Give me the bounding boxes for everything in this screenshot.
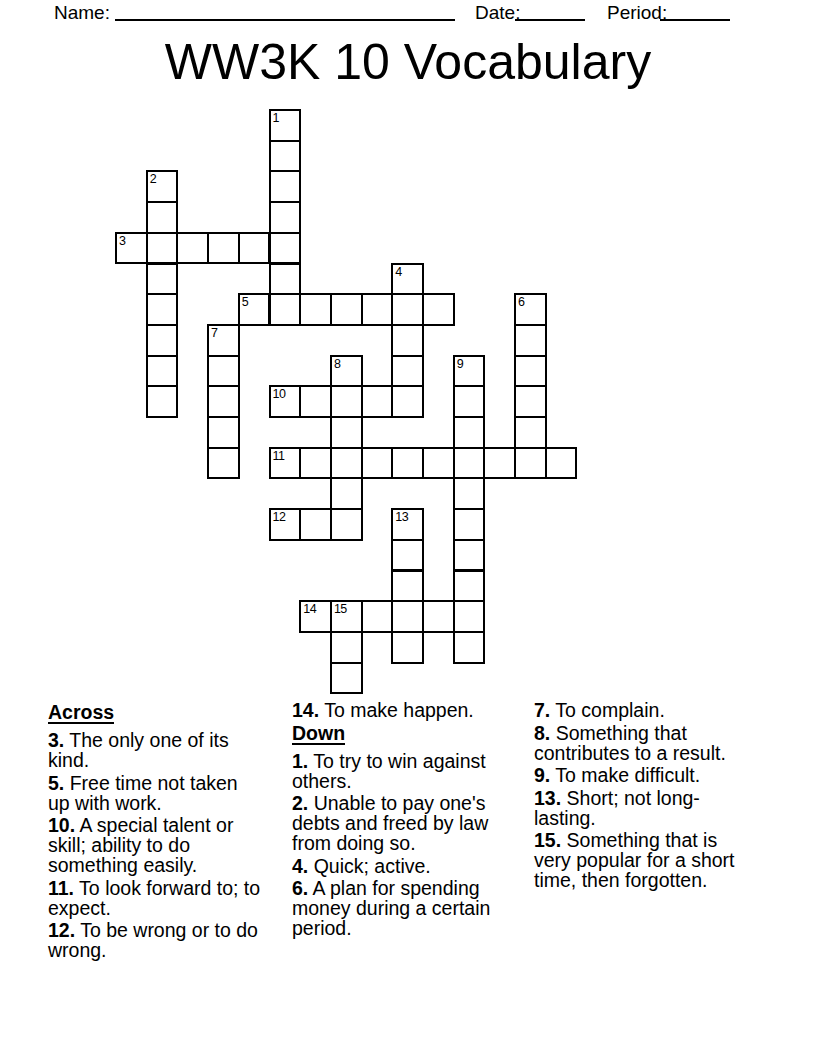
grid-cell-r11c3[interactable] bbox=[207, 447, 240, 480]
grid-cell-r11c7[interactable] bbox=[330, 447, 363, 480]
clue-number-1: 1 bbox=[273, 112, 279, 124]
date-blank-line[interactable] bbox=[515, 0, 585, 21]
grid-cell-r4c0[interactable]: 3 bbox=[115, 232, 148, 265]
clue-num-label: 10. bbox=[48, 814, 75, 836]
grid-cell-r5c1[interactable] bbox=[146, 263, 179, 296]
grid-cell-r13c5[interactable]: 12 bbox=[269, 508, 302, 541]
clue-number-5: 5 bbox=[242, 296, 248, 308]
grid-cell-r16c11[interactable] bbox=[453, 600, 486, 633]
clue-10: 10. A special talent or skill; ability t… bbox=[48, 815, 263, 875]
clue-12: 12. To be wrong or to do wrong. bbox=[48, 920, 263, 960]
grid-cell-r17c11[interactable] bbox=[453, 631, 486, 664]
grid-cell-r12c11[interactable] bbox=[453, 477, 486, 510]
grid-cell-r13c7[interactable] bbox=[330, 508, 363, 541]
clue-num-label: 9. bbox=[534, 764, 550, 786]
clue-1: 1. To try to win against others. bbox=[292, 751, 507, 791]
grid-cell-r1c5[interactable] bbox=[269, 140, 302, 173]
grid-cell-r0c5[interactable]: 1 bbox=[269, 109, 302, 142]
grid-cell-r13c6[interactable] bbox=[299, 508, 332, 541]
down-header: Down bbox=[292, 723, 507, 745]
clues-column-2: 14. To make happen.Down1. To try to win … bbox=[292, 700, 507, 941]
grid-cell-r6c7[interactable] bbox=[330, 293, 363, 326]
grid-cell-r9c9[interactable] bbox=[391, 385, 424, 418]
grid-cell-r11c6[interactable] bbox=[299, 447, 332, 480]
grid-cell-r9c7[interactable] bbox=[330, 385, 363, 418]
clue-2: 2. Unable to pay one's debts and freed b… bbox=[292, 793, 507, 853]
grid-cell-r11c10[interactable] bbox=[422, 447, 455, 480]
clue-num-label: 15. bbox=[534, 829, 561, 851]
date-label: Date: bbox=[475, 2, 520, 24]
clue-number-10: 10 bbox=[273, 388, 286, 400]
name-blank-line[interactable] bbox=[115, 0, 455, 21]
grid-cell-r7c13[interactable] bbox=[514, 324, 547, 357]
grid-cell-r8c7[interactable]: 8 bbox=[330, 355, 363, 388]
grid-cell-r6c13[interactable]: 6 bbox=[514, 293, 547, 326]
grid-cell-r16c6[interactable]: 14 bbox=[299, 600, 332, 633]
grid-cell-r6c10[interactable] bbox=[422, 293, 455, 326]
grid-cell-r8c13[interactable] bbox=[514, 355, 547, 388]
grid-cell-r16c10[interactable] bbox=[422, 600, 455, 633]
grid-cell-r15c9[interactable] bbox=[391, 570, 424, 603]
clue-num-label: 11. bbox=[48, 877, 74, 899]
clue-9: 9. To make difficult. bbox=[534, 765, 749, 785]
down-header-text: Down bbox=[292, 723, 345, 745]
grid-cell-r12c7[interactable] bbox=[330, 477, 363, 510]
clue-14: 14. To make happen. bbox=[292, 700, 507, 720]
grid-cell-r2c5[interactable] bbox=[269, 170, 302, 203]
grid-cell-r9c6[interactable] bbox=[299, 385, 332, 418]
clues-column-1: Across3. The only one of its kind.5. Fre… bbox=[48, 700, 263, 963]
clue-3: 3. The only one of its kind. bbox=[48, 730, 263, 770]
grid-cell-r15c11[interactable] bbox=[453, 570, 486, 603]
grid-cell-r6c1[interactable] bbox=[146, 293, 179, 326]
grid-cell-r4c3[interactable] bbox=[207, 232, 240, 265]
grid-cell-r4c4[interactable] bbox=[238, 232, 271, 265]
grid-cell-r10c7[interactable] bbox=[330, 416, 363, 449]
grid-cell-r3c5[interactable] bbox=[269, 201, 302, 234]
grid-cell-r7c1[interactable] bbox=[146, 324, 179, 357]
clue-num-label: 14. bbox=[292, 699, 319, 721]
clue-number-2: 2 bbox=[150, 173, 156, 185]
crossword-grid: 123456789101112131415 bbox=[116, 110, 577, 694]
grid-cell-r17c9[interactable] bbox=[391, 631, 424, 664]
period-label: Period: bbox=[607, 2, 667, 24]
grid-cell-r11c5[interactable]: 11 bbox=[269, 447, 302, 480]
clue-number-3: 3 bbox=[119, 235, 125, 247]
grid-cell-r14c11[interactable] bbox=[453, 539, 486, 572]
grid-cell-r9c13[interactable] bbox=[514, 385, 547, 418]
grid-cell-r8c3[interactable] bbox=[207, 355, 240, 388]
grid-cell-r8c9[interactable] bbox=[391, 355, 424, 388]
clue-8: 8. Something that contributes to a resul… bbox=[534, 723, 749, 763]
grid-cell-r14c9[interactable] bbox=[391, 539, 424, 572]
clue-4: 4. Quick; active. bbox=[292, 856, 507, 876]
grid-cell-r11c14[interactable] bbox=[545, 447, 578, 480]
clue-number-6: 6 bbox=[518, 296, 524, 308]
crossword-worksheet: Name: Date: Period: WW3K 10 Vocabulary 1… bbox=[0, 0, 816, 1056]
grid-cell-r11c9[interactable] bbox=[391, 447, 424, 480]
grid-cell-r13c9[interactable]: 13 bbox=[391, 508, 424, 541]
clue-section: Across3. The only one of its kind.5. Fre… bbox=[0, 700, 816, 1000]
clue-number-11: 11 bbox=[273, 450, 285, 462]
grid-cell-r9c11[interactable] bbox=[453, 385, 486, 418]
clue-6: 6. A plan for spending money during a ce… bbox=[292, 878, 507, 938]
clue-number-9: 9 bbox=[457, 358, 463, 370]
grid-cell-r9c1[interactable] bbox=[146, 385, 179, 418]
clue-number-12: 12 bbox=[273, 511, 286, 523]
clue-num-label: 13. bbox=[534, 787, 561, 809]
grid-cell-r5c5[interactable] bbox=[269, 263, 302, 296]
clue-number-15: 15 bbox=[334, 603, 347, 615]
clue-number-8: 8 bbox=[334, 358, 340, 370]
grid-cell-r10c13[interactable] bbox=[514, 416, 547, 449]
grid-cell-r5c9[interactable]: 4 bbox=[391, 263, 424, 296]
clue-num-label: 2. bbox=[292, 792, 308, 814]
grid-cell-r10c11[interactable] bbox=[453, 416, 486, 449]
clue-num-label: 4. bbox=[292, 855, 308, 877]
grid-cell-r18c7[interactable] bbox=[330, 662, 363, 695]
grid-cell-r13c11[interactable] bbox=[453, 508, 486, 541]
grid-cell-r8c11[interactable]: 9 bbox=[453, 355, 486, 388]
grid-cell-r6c8[interactable] bbox=[361, 293, 394, 326]
grid-cell-r7c3[interactable]: 7 bbox=[207, 324, 240, 357]
grid-cell-r11c12[interactable] bbox=[483, 447, 516, 480]
clue-number-14: 14 bbox=[303, 603, 316, 615]
clue-num-label: 5. bbox=[48, 772, 64, 794]
grid-cell-r9c8[interactable] bbox=[361, 385, 394, 418]
across-header: Across bbox=[48, 702, 263, 724]
grid-cell-r16c7[interactable]: 15 bbox=[330, 600, 363, 633]
clue-num-label: 1. bbox=[292, 750, 308, 772]
grid-cell-r2c1[interactable]: 2 bbox=[146, 170, 179, 203]
clue-5: 5. Free time not taken up with work. bbox=[48, 773, 263, 813]
period-blank-line[interactable] bbox=[660, 0, 730, 21]
clue-number-4: 4 bbox=[395, 266, 401, 278]
grid-cell-r3c1[interactable] bbox=[146, 201, 179, 234]
grid-cell-r11c11[interactable] bbox=[453, 447, 486, 480]
grid-cell-r10c3[interactable] bbox=[207, 416, 240, 449]
grid-cell-r9c5[interactable]: 10 bbox=[269, 385, 302, 418]
clue-number-13: 13 bbox=[395, 511, 408, 523]
grid-cell-r11c8[interactable] bbox=[361, 447, 394, 480]
puzzle-title: WW3K 10 Vocabulary bbox=[0, 33, 816, 92]
grid-cell-r8c1[interactable] bbox=[146, 355, 179, 388]
clue-7: 7. To complain. bbox=[534, 700, 749, 720]
clue-num-label: 12. bbox=[48, 919, 75, 941]
clue-13: 13. Short; not long-lasting. bbox=[534, 788, 749, 828]
grid-cell-r16c9[interactable] bbox=[391, 600, 424, 633]
grid-cell-r17c7[interactable] bbox=[330, 631, 363, 664]
grid-cell-r4c2[interactable] bbox=[176, 232, 209, 265]
clue-num-label: 8. bbox=[534, 722, 550, 744]
clue-15: 15. Something that is very popular for a… bbox=[534, 830, 749, 890]
across-header-text: Across bbox=[48, 702, 114, 724]
grid-cell-r9c3[interactable] bbox=[207, 385, 240, 418]
grid-cell-r16c8[interactable] bbox=[361, 600, 394, 633]
name-label: Name: bbox=[54, 2, 110, 24]
grid-cell-r6c4[interactable]: 5 bbox=[238, 293, 271, 326]
clue-number-7: 7 bbox=[211, 327, 217, 339]
grid-cell-r4c1[interactable] bbox=[146, 232, 179, 265]
clue-num-label: 6. bbox=[292, 877, 308, 899]
clues-column-3: 7. To complain.8. Something that contrib… bbox=[534, 700, 749, 893]
grid-cell-r11c13[interactable] bbox=[514, 447, 547, 480]
grid-cell-r4c5[interactable] bbox=[269, 232, 302, 265]
clue-11: 11. To look forward to; to expect. bbox=[48, 878, 263, 918]
grid-cell-r6c5[interactable] bbox=[269, 293, 302, 326]
grid-cell-r6c6[interactable] bbox=[299, 293, 332, 326]
grid-cell-r6c9[interactable] bbox=[391, 293, 424, 326]
clue-num-label: 7. bbox=[534, 699, 550, 721]
grid-cell-r7c9[interactable] bbox=[391, 324, 424, 357]
clue-num-label: 3. bbox=[48, 729, 64, 751]
